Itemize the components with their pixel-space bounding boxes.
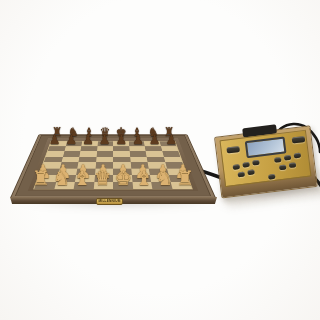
piece-white-bishop[interactable]: ♝ <box>135 169 153 189</box>
piece-black-pawn[interactable]: ♟ <box>66 133 78 146</box>
piece-black-pawn[interactable]: ♟ <box>132 133 144 146</box>
round-key-6[interactable] <box>274 157 282 163</box>
control-unit <box>214 125 318 198</box>
function-key-left[interactable] <box>226 146 240 154</box>
piece-white-knight[interactable]: ♞ <box>53 169 71 189</box>
round-key-3[interactable] <box>252 160 260 166</box>
lcd-display <box>245 136 287 158</box>
round-key-2[interactable] <box>242 162 250 168</box>
round-key-4[interactable] <box>237 172 245 178</box>
piece-black-pawn[interactable]: ♟ <box>166 133 178 146</box>
piece-white-knight[interactable]: ♞ <box>156 169 174 189</box>
product-photo-electronic-chess-set: MILLENNIUM ♜♞♝♛♚♝♞♜♟♟♟♟♟♟♟♟♟♟♟♟♟♟♟♟♜♞♝♛♚… <box>0 0 320 320</box>
round-key-8[interactable] <box>294 153 302 159</box>
piece-black-pawn[interactable]: ♟ <box>149 133 161 146</box>
piece-white-rook[interactable]: ♜ <box>176 169 194 189</box>
round-key-9[interactable] <box>279 164 287 170</box>
round-key-10[interactable] <box>289 162 297 168</box>
round-key-7[interactable] <box>284 155 292 161</box>
round-key-11[interactable] <box>268 174 276 180</box>
round-key-1[interactable] <box>233 164 241 170</box>
piece-black-pawn[interactable]: ♟ <box>82 133 94 146</box>
function-key-right[interactable] <box>292 136 306 144</box>
piece-white-king[interactable]: ♚ <box>114 169 132 189</box>
piece-white-rook[interactable]: ♜ <box>32 169 50 189</box>
piece-black-pawn[interactable]: ♟ <box>116 133 128 146</box>
piece-white-queen[interactable]: ♛ <box>94 169 112 189</box>
piece-black-pawn[interactable]: ♟ <box>49 133 61 146</box>
piece-black-pawn[interactable]: ♟ <box>99 133 111 146</box>
brand-plate: MILLENNIUM <box>96 198 123 205</box>
control-unit-faceplate <box>219 130 311 187</box>
round-key-5[interactable] <box>247 169 255 175</box>
piece-white-bishop[interactable]: ♝ <box>73 169 91 189</box>
